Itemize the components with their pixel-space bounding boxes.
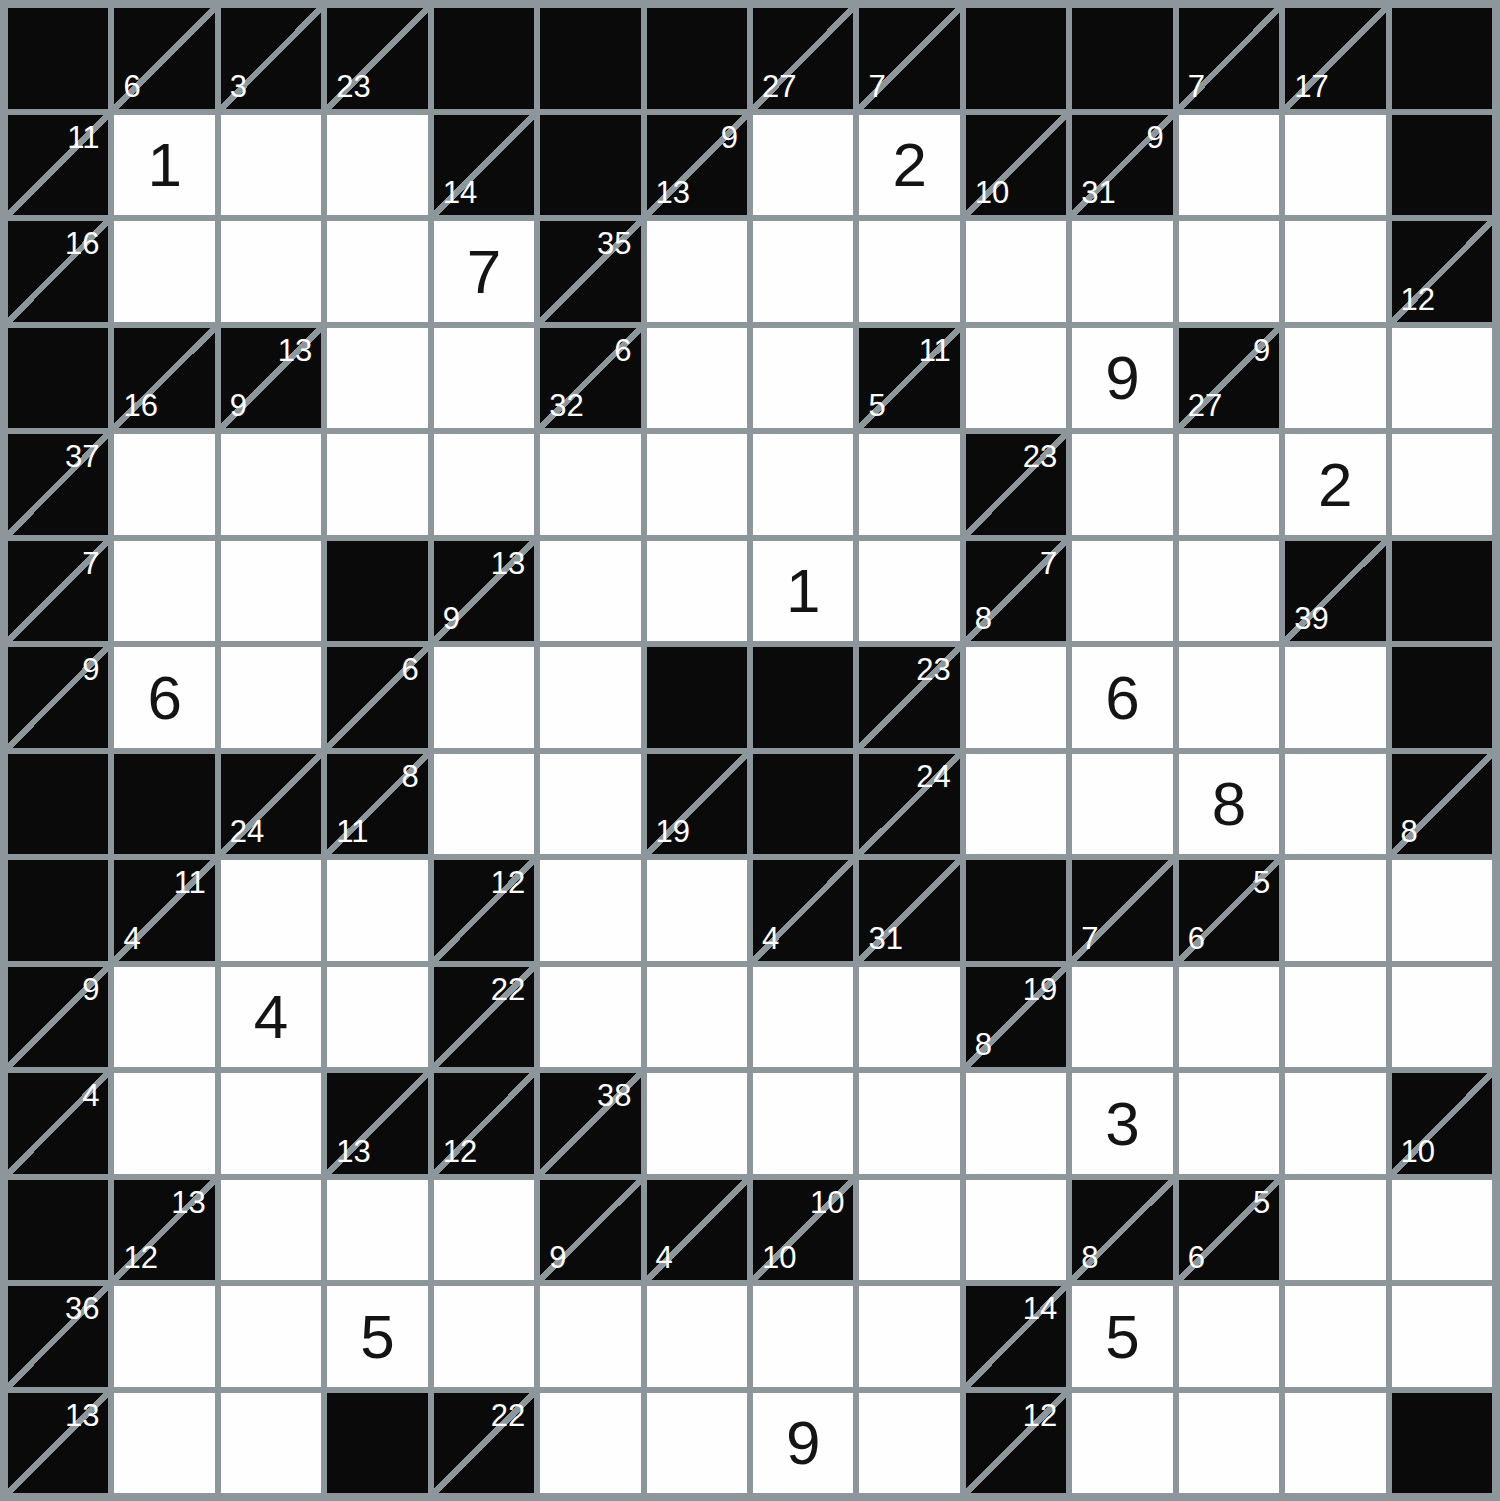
black-cell-r0c4 [434, 8, 534, 109]
across-clue: 11 [174, 867, 206, 898]
black-cell-r6c13 [1392, 647, 1492, 748]
white-cell-r10c7[interactable] [753, 1073, 853, 1174]
across-clue: 22 [491, 1400, 525, 1431]
white-cell-r13c6[interactable] [647, 1393, 747, 1494]
clue-cell-r1c4: 14 [434, 115, 534, 216]
white-cell-r5c1[interactable] [114, 541, 214, 642]
across-clue: 37 [65, 441, 99, 472]
clue-cell-r1c6: 913 [647, 115, 747, 216]
down-clue: 31 [1081, 177, 1115, 208]
across-clue: 9 [82, 654, 99, 685]
clue-cell-r7c13: 8 [1392, 754, 1492, 855]
clue-cell-r5c12: 39 [1285, 541, 1385, 642]
white-cell-r9c11[interactable] [1179, 967, 1279, 1068]
white-cell-r12c7[interactable] [753, 1286, 853, 1387]
white-cell-r2c2[interactable] [221, 221, 321, 322]
down-clue: 9 [230, 390, 247, 421]
cell-value: 1 [114, 115, 214, 216]
clue-cell-r0c2: 3 [221, 8, 321, 109]
clue-cell-r11c1: 1312 [114, 1180, 214, 1281]
across-clue: 10 [810, 1187, 844, 1218]
clue-cell-r7c6: 19 [647, 754, 747, 855]
white-cell-r5c7[interactable]: 1 [753, 541, 853, 642]
white-cell-r1c2[interactable] [221, 115, 321, 216]
white-cell-r13c2[interactable] [221, 1393, 321, 1494]
across-clue: 11 [919, 335, 951, 366]
clue-cell-r13c9: 12 [966, 1393, 1066, 1494]
down-clue: 4 [656, 1242, 673, 1273]
white-cell-r1c1[interactable]: 1 [114, 115, 214, 216]
clue-cell-r2c13: 12 [1392, 221, 1492, 322]
clue-cell-r9c9: 198 [966, 967, 1066, 1068]
white-cell-r12c6[interactable] [647, 1286, 747, 1387]
white-cell-r10c12[interactable] [1285, 1073, 1385, 1174]
clue-cell-r5c4: 139 [434, 541, 534, 642]
white-cell-r1c7[interactable] [753, 115, 853, 216]
kakuro-board: 6323277717111149132109311673512161396321… [0, 0, 1500, 1501]
clue-cell-r12c0: 36 [8, 1286, 108, 1387]
clue-cell-r0c1: 6 [114, 8, 214, 109]
white-cell-r6c11[interactable] [1179, 647, 1279, 748]
white-cell-r10c2[interactable] [221, 1073, 321, 1174]
clue-cell-r0c7: 27 [753, 8, 853, 109]
white-cell-r12c11[interactable] [1179, 1286, 1279, 1387]
white-cell-r3c9[interactable] [966, 328, 1066, 429]
white-cell-r2c7[interactable] [753, 221, 853, 322]
clue-cell-r10c4: 12 [434, 1073, 534, 1174]
white-cell-r6c10[interactable]: 6 [1072, 647, 1172, 748]
white-cell-r6c1[interactable]: 6 [114, 647, 214, 748]
white-cell-r4c2[interactable] [221, 434, 321, 535]
white-cell-r11c4[interactable] [434, 1180, 534, 1281]
white-cell-r2c11[interactable] [1179, 221, 1279, 322]
black-cell-r0c13 [1392, 8, 1492, 109]
white-cell-r2c3[interactable] [327, 221, 427, 322]
across-clue: 11 [67, 122, 99, 153]
down-clue: 4 [762, 923, 779, 954]
across-clue: 6 [614, 335, 631, 366]
white-cell-r3c4[interactable] [434, 328, 534, 429]
down-clue: 7 [1188, 71, 1205, 102]
white-cell-r3c7[interactable] [753, 328, 853, 429]
down-clue: 7 [868, 71, 885, 102]
clue-cell-r8c4: 12 [434, 860, 534, 961]
black-cell-r5c13 [1392, 541, 1492, 642]
clue-cell-r10c13: 10 [1392, 1073, 1492, 1174]
across-clue: 6 [401, 654, 418, 685]
across-clue: 13 [278, 335, 312, 366]
clue-cell-r13c0: 13 [8, 1393, 108, 1494]
across-clue: 24 [916, 761, 950, 792]
clue-cell-r8c8: 31 [859, 860, 959, 961]
across-clue: 5 [1253, 867, 1270, 898]
white-cell-r8c5[interactable] [540, 860, 640, 961]
clue-cell-r7c8: 24 [859, 754, 959, 855]
down-clue: 12 [123, 1242, 157, 1273]
white-cell-r13c8[interactable] [859, 1393, 959, 1494]
cell-value: 8 [1179, 754, 1279, 855]
clue-cell-r9c4: 22 [434, 967, 534, 1068]
black-cell-r6c6 [647, 647, 747, 748]
white-cell-r8c2[interactable] [221, 860, 321, 961]
white-cell-r3c3[interactable] [327, 328, 427, 429]
across-clue: 7 [1040, 548, 1057, 579]
down-clue: 7 [1081, 923, 1098, 954]
white-cell-r4c5[interactable] [540, 434, 640, 535]
black-cell-r13c3 [327, 1393, 427, 1494]
clue-cell-r0c8: 7 [859, 8, 959, 109]
black-cell-r7c0 [8, 754, 108, 855]
white-cell-r8c3[interactable] [327, 860, 427, 961]
white-cell-r9c1[interactable] [114, 967, 214, 1068]
down-clue: 8 [1401, 816, 1418, 847]
cell-value: 1 [753, 541, 853, 642]
white-cell-r11c12[interactable] [1285, 1180, 1385, 1281]
white-cell-r3c6[interactable] [647, 328, 747, 429]
white-cell-r12c4[interactable] [434, 1286, 534, 1387]
black-cell-r6c7 [753, 647, 853, 748]
down-clue: 23 [336, 71, 370, 102]
across-clue: 5 [1253, 1187, 1270, 1218]
white-cell-r8c12[interactable] [1285, 860, 1385, 961]
across-clue: 13 [171, 1187, 205, 1218]
white-cell-r10c9[interactable] [966, 1073, 1066, 1174]
white-cell-r13c1[interactable] [114, 1393, 214, 1494]
across-clue: 12 [1023, 1400, 1057, 1431]
white-cell-r12c3[interactable]: 5 [327, 1286, 427, 1387]
clue-cell-r1c0: 11 [8, 115, 108, 216]
clue-cell-r10c3: 13 [327, 1073, 427, 1174]
cell-value: 6 [114, 647, 214, 748]
down-clue: 6 [1188, 923, 1205, 954]
white-cell-r11c13[interactable] [1392, 1180, 1492, 1281]
clue-cell-r11c5: 9 [540, 1180, 640, 1281]
cell-value: 9 [753, 1393, 853, 1494]
cell-value: 4 [221, 967, 321, 1068]
white-cell-r3c13[interactable] [1392, 328, 1492, 429]
clue-cell-r11c6: 4 [647, 1180, 747, 1281]
across-clue: 36 [65, 1293, 99, 1324]
black-cell-r5c3 [327, 541, 427, 642]
white-cell-r5c8[interactable] [859, 541, 959, 642]
black-cell-r8c0 [8, 860, 108, 961]
clue-cell-r4c0: 37 [8, 434, 108, 535]
white-cell-r9c13[interactable] [1392, 967, 1492, 1068]
cell-value: 9 [1072, 328, 1172, 429]
white-cell-r5c11[interactable] [1179, 541, 1279, 642]
white-cell-r2c12[interactable] [1285, 221, 1385, 322]
down-clue: 10 [1401, 1136, 1435, 1167]
white-cell-r9c2[interactable]: 4 [221, 967, 321, 1068]
cell-value: 3 [1072, 1073, 1172, 1174]
white-cell-r9c8[interactable] [859, 967, 959, 1068]
white-cell-r10c8[interactable] [859, 1073, 959, 1174]
white-cell-r4c4[interactable] [434, 434, 534, 535]
across-clue: 23 [1023, 441, 1057, 472]
white-cell-r2c8[interactable] [859, 221, 959, 322]
across-clue: 13 [65, 1400, 99, 1431]
white-cell-r2c1[interactable] [114, 221, 214, 322]
black-cell-r0c10 [1072, 8, 1172, 109]
white-cell-r8c6[interactable] [647, 860, 747, 961]
white-cell-r4c1[interactable] [114, 434, 214, 535]
white-cell-r9c10[interactable] [1072, 967, 1172, 1068]
down-clue: 9 [443, 603, 460, 634]
clue-cell-r3c11: 927 [1179, 328, 1279, 429]
clue-cell-r1c10: 931 [1072, 115, 1172, 216]
across-clue: 23 [916, 654, 950, 685]
across-clue: 9 [1146, 122, 1163, 153]
down-clue: 8 [1081, 1242, 1098, 1273]
clue-cell-r11c7: 1010 [753, 1180, 853, 1281]
white-cell-r6c9[interactable] [966, 647, 1066, 748]
clue-cell-r6c3: 6 [327, 647, 427, 748]
clue-cell-r10c0: 4 [8, 1073, 108, 1174]
white-cell-r1c11[interactable] [1179, 115, 1279, 216]
down-clue: 3 [230, 71, 247, 102]
white-cell-r7c5[interactable] [540, 754, 640, 855]
clue-cell-r6c8: 23 [859, 647, 959, 748]
clue-cell-r12c9: 14 [966, 1286, 1066, 1387]
white-cell-r1c8[interactable]: 2 [859, 115, 959, 216]
white-cell-r4c7[interactable] [753, 434, 853, 535]
cell-value: 7 [434, 221, 534, 322]
clue-cell-r3c5: 632 [540, 328, 640, 429]
down-clue: 32 [549, 390, 583, 421]
cell-value: 2 [1285, 434, 1385, 535]
clue-cell-r0c12: 17 [1285, 8, 1385, 109]
white-cell-r13c5[interactable] [540, 1393, 640, 1494]
cell-value: 5 [1072, 1286, 1172, 1387]
clue-cell-r1c9: 10 [966, 115, 1066, 216]
clue-cell-r8c7: 4 [753, 860, 853, 961]
white-cell-r10c10[interactable]: 3 [1072, 1073, 1172, 1174]
white-cell-r8c13[interactable] [1392, 860, 1492, 961]
down-clue: 31 [868, 923, 902, 954]
down-clue: 17 [1294, 71, 1328, 102]
white-cell-r9c3[interactable] [327, 967, 427, 1068]
clue-cell-r8c10: 7 [1072, 860, 1172, 961]
clue-cell-r9c0: 9 [8, 967, 108, 1068]
white-cell-r1c12[interactable] [1285, 115, 1385, 216]
clue-cell-r3c1: 16 [114, 328, 214, 429]
across-clue: 19 [1023, 974, 1057, 1005]
across-clue: 14 [1023, 1293, 1057, 1324]
down-clue: 8 [975, 603, 992, 634]
down-clue: 6 [1188, 1242, 1205, 1273]
white-cell-r3c12[interactable] [1285, 328, 1385, 429]
white-cell-r5c5[interactable] [540, 541, 640, 642]
down-clue: 5 [868, 390, 885, 421]
clue-cell-r5c9: 78 [966, 541, 1066, 642]
white-cell-r7c11[interactable]: 8 [1179, 754, 1279, 855]
white-cell-r12c8[interactable] [859, 1286, 959, 1387]
white-cell-r13c12[interactable] [1285, 1393, 1385, 1494]
cell-value: 2 [859, 115, 959, 216]
clue-cell-r11c10: 8 [1072, 1180, 1172, 1281]
clue-cell-r7c2: 24 [221, 754, 321, 855]
clue-cell-r7c3: 811 [327, 754, 427, 855]
white-cell-r2c10[interactable] [1072, 221, 1172, 322]
white-cell-r4c13[interactable] [1392, 434, 1492, 535]
clue-cell-r0c3: 23 [327, 8, 427, 109]
black-cell-r1c13 [1392, 115, 1492, 216]
down-clue: 27 [762, 71, 796, 102]
clue-cell-r0c11: 7 [1179, 8, 1279, 109]
across-clue: 22 [491, 974, 525, 1005]
white-cell-r11c2[interactable] [221, 1180, 321, 1281]
white-cell-r5c10[interactable] [1072, 541, 1172, 642]
clue-cell-r10c5: 38 [540, 1073, 640, 1174]
clue-cell-r8c11: 56 [1179, 860, 1279, 961]
clue-cell-r2c0: 16 [8, 221, 108, 322]
clue-cell-r8c1: 114 [114, 860, 214, 961]
clue-cell-r2c5: 35 [540, 221, 640, 322]
down-clue: 10 [975, 177, 1009, 208]
white-cell-r13c10[interactable] [1072, 1393, 1172, 1494]
white-cell-r11c8[interactable] [859, 1180, 959, 1281]
white-cell-r1c3[interactable] [327, 115, 427, 216]
cell-value: 5 [327, 1286, 427, 1387]
white-cell-r4c11[interactable] [1179, 434, 1279, 535]
white-cell-r5c2[interactable] [221, 541, 321, 642]
clue-cell-r3c2: 139 [221, 328, 321, 429]
across-clue: 16 [65, 228, 99, 259]
down-clue: 16 [123, 390, 157, 421]
down-clue: 13 [656, 177, 690, 208]
white-cell-r4c8[interactable] [859, 434, 959, 535]
down-clue: 14 [443, 177, 477, 208]
clue-cell-r4c9: 23 [966, 434, 1066, 535]
white-cell-r13c7[interactable]: 9 [753, 1393, 853, 1494]
white-cell-r9c5[interactable] [540, 967, 640, 1068]
white-cell-r11c9[interactable] [966, 1180, 1066, 1281]
black-cell-r0c9 [966, 8, 1066, 109]
white-cell-r7c4[interactable] [434, 754, 534, 855]
black-cell-r7c7 [753, 754, 853, 855]
clue-cell-r5c0: 7 [8, 541, 108, 642]
black-cell-r0c5 [540, 8, 640, 109]
white-cell-r7c10[interactable] [1072, 754, 1172, 855]
down-clue: 8 [975, 1029, 992, 1060]
across-clue: 35 [597, 228, 631, 259]
white-cell-r6c2[interactable] [221, 647, 321, 748]
white-cell-r2c4[interactable]: 7 [434, 221, 534, 322]
down-clue: 13 [336, 1136, 370, 1167]
down-clue: 12 [1401, 284, 1435, 315]
white-cell-r5c6[interactable] [647, 541, 747, 642]
down-clue: 9 [549, 1242, 566, 1273]
black-cell-r8c9 [966, 860, 1066, 961]
white-cell-r11c3[interactable] [327, 1180, 427, 1281]
across-clue: 9 [82, 974, 99, 1005]
clue-cell-r6c0: 9 [8, 647, 108, 748]
black-cell-r11c0 [8, 1180, 108, 1281]
white-cell-r12c12[interactable] [1285, 1286, 1385, 1387]
down-clue: 27 [1188, 390, 1222, 421]
white-cell-r2c6[interactable] [647, 221, 747, 322]
across-clue: 13 [491, 548, 525, 579]
white-cell-r12c10[interactable]: 5 [1072, 1286, 1172, 1387]
white-cell-r2c9[interactable] [966, 221, 1066, 322]
black-cell-r13c13 [1392, 1393, 1492, 1494]
black-cell-r3c0 [8, 328, 108, 429]
white-cell-r6c4[interactable] [434, 647, 534, 748]
down-clue: 19 [656, 816, 690, 847]
black-cell-r0c6 [647, 8, 747, 109]
white-cell-r12c5[interactable] [540, 1286, 640, 1387]
white-cell-r4c12[interactable]: 2 [1285, 434, 1385, 535]
white-cell-r10c1[interactable] [114, 1073, 214, 1174]
black-cell-r0c0 [8, 8, 108, 109]
down-clue: 10 [762, 1242, 796, 1273]
cell-value: 6 [1072, 647, 1172, 748]
across-clue: 38 [597, 1080, 631, 1111]
white-cell-r3c10[interactable]: 9 [1072, 328, 1172, 429]
white-cell-r4c3[interactable] [327, 434, 427, 535]
across-clue: 7 [82, 548, 99, 579]
down-clue: 24 [230, 816, 264, 847]
white-cell-r7c12[interactable] [1285, 754, 1385, 855]
white-cell-r6c5[interactable] [540, 647, 640, 748]
down-clue: 6 [123, 71, 140, 102]
clue-cell-r3c8: 115 [859, 328, 959, 429]
black-cell-r7c1 [114, 754, 214, 855]
down-clue: 4 [123, 923, 140, 954]
across-clue: 9 [1253, 335, 1270, 366]
down-clue: 12 [443, 1136, 477, 1167]
white-cell-r12c13[interactable] [1392, 1286, 1492, 1387]
white-cell-r10c6[interactable] [647, 1073, 747, 1174]
across-clue: 4 [82, 1080, 99, 1111]
across-clue: 8 [401, 761, 418, 792]
white-cell-r4c6[interactable] [647, 434, 747, 535]
white-cell-r10c11[interactable] [1179, 1073, 1279, 1174]
white-cell-r9c6[interactable] [647, 967, 747, 1068]
white-cell-r12c2[interactable] [221, 1286, 321, 1387]
white-cell-r6c12[interactable] [1285, 647, 1385, 748]
across-clue: 9 [721, 122, 738, 153]
white-cell-r13c11[interactable] [1179, 1393, 1279, 1494]
white-cell-r4c10[interactable] [1072, 434, 1172, 535]
across-clue: 12 [491, 867, 525, 898]
clue-cell-r13c4: 22 [434, 1393, 534, 1494]
white-cell-r7c9[interactable] [966, 754, 1066, 855]
down-clue: 11 [336, 816, 368, 847]
clue-cell-r11c11: 56 [1179, 1180, 1279, 1281]
white-cell-r9c12[interactable] [1285, 967, 1385, 1068]
white-cell-r9c7[interactable] [753, 967, 853, 1068]
down-clue: 39 [1294, 603, 1328, 634]
black-cell-r1c5 [540, 115, 640, 216]
white-cell-r12c1[interactable] [114, 1286, 214, 1387]
